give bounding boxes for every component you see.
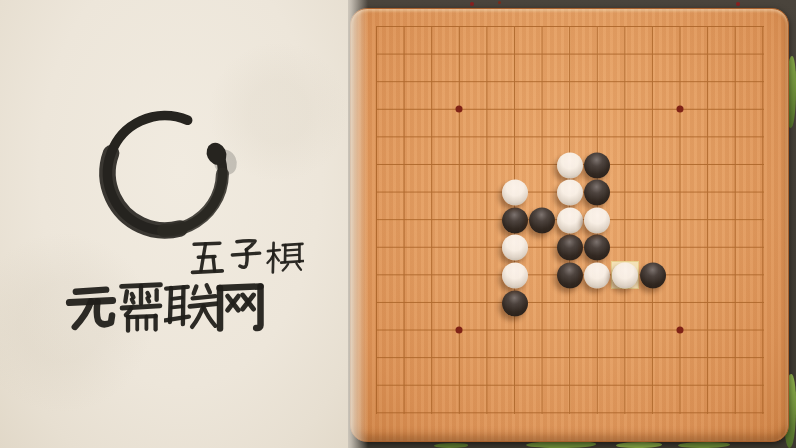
black-stone: [584, 235, 610, 261]
berry-speck: [470, 2, 474, 6]
bamboo-leaf: [678, 442, 730, 448]
glyph-wang-net: [213, 281, 267, 335]
glyph-wu-five: [188, 238, 226, 278]
star-point: [456, 327, 463, 334]
logo-title: 五子棋: [188, 238, 308, 280]
board-panel: [348, 0, 796, 448]
enso-ink-circle-icon: [78, 85, 252, 261]
black-stone: [529, 207, 555, 233]
bamboo-leaf: [526, 441, 596, 448]
glyph-zi-child: [227, 235, 265, 275]
white-stone: [557, 180, 583, 206]
black-stone: [584, 180, 610, 206]
white-stone: [502, 235, 528, 261]
star-point: [677, 106, 684, 113]
app-logo: 五子棋: [78, 85, 252, 261]
star-point: [456, 106, 463, 113]
berry-speck: [498, 1, 501, 4]
board-grid[interactable]: [376, 26, 764, 414]
glyph-wu-without: [64, 281, 118, 335]
black-stone: [502, 290, 528, 316]
promo-panel: 五子棋: [0, 0, 348, 448]
black-stone: [584, 152, 610, 178]
white-stone: [502, 262, 528, 288]
tagline: 无需联网: [64, 281, 288, 335]
bamboo-leaf: [434, 443, 468, 448]
goban-board: [350, 8, 789, 442]
bamboo-leaf: [616, 442, 662, 448]
white-stone: [502, 180, 528, 206]
app-screenshot: 五子棋: [0, 0, 796, 448]
white-stone: [557, 152, 583, 178]
black-stone: [502, 207, 528, 233]
black-stone: [640, 262, 666, 288]
berry-speck: [736, 2, 740, 6]
black-stone: [557, 235, 583, 261]
black-stone: [557, 262, 583, 288]
glyph-xu-need: [114, 281, 168, 335]
white-stone: [612, 262, 638, 288]
star-point: [677, 327, 684, 334]
white-stone: [584, 207, 610, 233]
glyph-lian-connect: [164, 281, 218, 335]
white-stone: [557, 207, 583, 233]
glyph-qi-chess: [266, 238, 304, 278]
white-stone: [584, 262, 610, 288]
